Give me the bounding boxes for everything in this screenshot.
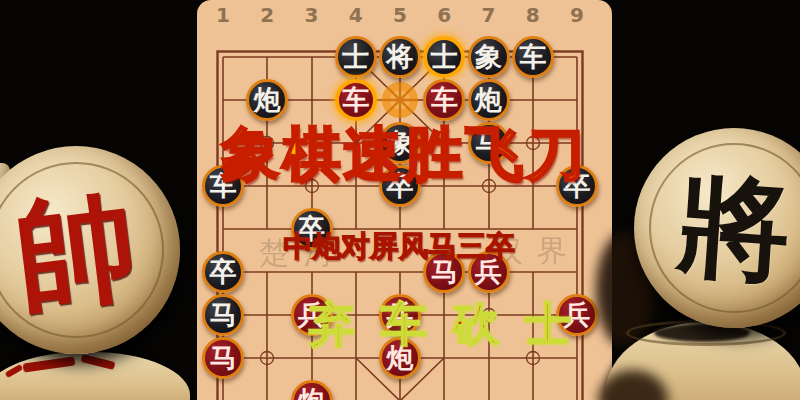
subtitle-overlay: 中炮对屏风马三卒 [283, 227, 515, 267]
piece-glyph: 士 [431, 36, 458, 78]
slogan-overlay: 弃车砍士 [309, 294, 597, 356]
piece-glyph: 马 [210, 294, 237, 336]
piece-black-士-6-1[interactable]: 士 [423, 36, 465, 78]
piece-glyph: 车 [342, 79, 369, 121]
piece-glyph: 士 [342, 36, 369, 78]
piece-black-将-5-1[interactable]: 将 [379, 36, 421, 78]
column-number-8: 8 [518, 3, 548, 27]
piece-black-炮-2-2[interactable]: 炮 [246, 79, 288, 121]
piece-black-马-1-7[interactable]: 马 [202, 294, 244, 336]
column-number-9: 9 [562, 3, 592, 27]
lying-piece-left [0, 352, 190, 400]
piece-red-车-4-2[interactable]: 车 [335, 79, 377, 121]
black-general-disc: 將 [634, 128, 800, 328]
column-number-5: 5 [385, 3, 415, 27]
piece-red-马-1-8[interactable]: 马 [202, 337, 244, 379]
thumbnail-scene: 帥 [0, 0, 800, 400]
column-number-7: 7 [474, 3, 504, 27]
piece-black-卒-1-6[interactable]: 卒 [202, 251, 244, 293]
piece-glyph: 马 [210, 337, 237, 379]
black-general-glyph: 將 [630, 153, 800, 303]
piece-glyph: 炮 [298, 380, 325, 400]
piece-glyph: 车 [519, 36, 546, 78]
piece-red-车-6-2[interactable]: 车 [423, 79, 465, 121]
photo-red-general: 帥 [0, 0, 197, 400]
move-origin-sun-marker [381, 81, 419, 119]
piece-glyph: 炮 [475, 79, 502, 121]
piece-glyph: 将 [387, 36, 414, 78]
piece-glyph: 卒 [210, 251, 237, 293]
piece-black-士-4-1[interactable]: 士 [335, 36, 377, 78]
column-number-4: 4 [341, 3, 371, 27]
xiangqi-board[interactable]: 123456789 楚河 汉界 士将士象车炮车车炮象马车卒卒卒卒马兵马兵兵兵马炮… [197, 0, 612, 400]
piece-glyph: 象 [475, 36, 502, 78]
title-overlay: 象棋速胜飞刀 [197, 116, 612, 194]
red-general-glyph: 帥 [0, 168, 188, 332]
red-general-disc: 帥 [0, 146, 180, 354]
piece-glyph: 炮 [254, 79, 281, 121]
column-number-6: 6 [429, 3, 459, 27]
piece-black-象-7-1[interactable]: 象 [468, 36, 510, 78]
piece-black-炮-7-2[interactable]: 炮 [468, 79, 510, 121]
column-number-1: 1 [208, 3, 238, 27]
piece-glyph: 车 [431, 79, 458, 121]
piece-black-车-8-1[interactable]: 车 [512, 36, 554, 78]
column-number-3: 3 [297, 3, 327, 27]
column-number-2: 2 [252, 3, 282, 27]
photo-black-general: 將 [612, 0, 800, 400]
